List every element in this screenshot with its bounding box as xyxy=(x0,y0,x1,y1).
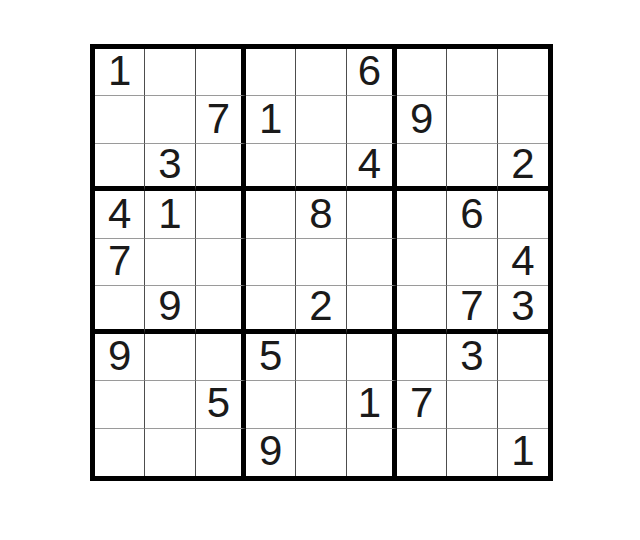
given-digit: 2 xyxy=(511,143,534,185)
cell-r4c7[interactable] xyxy=(397,191,447,238)
given-digit: 2 xyxy=(309,285,332,327)
sudoku-page: 16719342418674927395351791 xyxy=(0,0,640,540)
cell-r2c2[interactable] xyxy=(145,96,195,143)
cell-r9c4[interactable]: 9 xyxy=(246,429,296,476)
cell-r9c5[interactable] xyxy=(296,429,346,476)
cell-r2c4[interactable]: 1 xyxy=(246,96,296,143)
cell-r4c9[interactable] xyxy=(498,191,548,238)
cell-r1c5[interactable] xyxy=(296,49,346,96)
given-digit: 3 xyxy=(460,335,483,377)
cell-r7c9[interactable] xyxy=(498,334,548,381)
cell-r3c7[interactable] xyxy=(397,144,447,191)
given-digit: 6 xyxy=(358,50,381,92)
given-digit: 9 xyxy=(108,335,131,377)
cell-r3c9[interactable]: 2 xyxy=(498,144,548,191)
cell-r9c8[interactable] xyxy=(447,429,497,476)
given-digit: 5 xyxy=(207,382,230,424)
cell-r6c4[interactable] xyxy=(246,286,296,333)
cell-r8c5[interactable] xyxy=(296,381,346,428)
given-digit: 1 xyxy=(108,50,131,92)
cell-r3c5[interactable] xyxy=(296,144,346,191)
cell-r8c3[interactable]: 5 xyxy=(196,381,246,428)
cell-r2c1[interactable] xyxy=(95,96,145,143)
given-digit: 3 xyxy=(511,285,534,327)
cell-r1c9[interactable] xyxy=(498,49,548,96)
cell-r5c6[interactable] xyxy=(347,239,397,286)
cell-r9c6[interactable] xyxy=(347,429,397,476)
given-digit: 7 xyxy=(460,285,483,327)
cell-r9c2[interactable] xyxy=(145,429,195,476)
cell-r5c3[interactable] xyxy=(196,239,246,286)
cell-r2c8[interactable] xyxy=(447,96,497,143)
cell-r4c8[interactable]: 6 xyxy=(447,191,497,238)
given-digit: 9 xyxy=(410,98,433,140)
cell-r1c7[interactable] xyxy=(397,49,447,96)
cell-r6c7[interactable] xyxy=(397,286,447,333)
cell-r6c1[interactable] xyxy=(95,286,145,333)
cell-r4c6[interactable] xyxy=(347,191,397,238)
cell-r7c4[interactable]: 5 xyxy=(246,334,296,381)
cell-r3c3[interactable] xyxy=(196,144,246,191)
cell-r8c6[interactable]: 1 xyxy=(347,381,397,428)
cell-r9c3[interactable] xyxy=(196,429,246,476)
cell-r6c5[interactable]: 2 xyxy=(296,286,346,333)
given-digit: 9 xyxy=(158,285,181,327)
cell-r7c1[interactable]: 9 xyxy=(95,334,145,381)
cell-r5c1[interactable]: 7 xyxy=(95,239,145,286)
cell-r1c2[interactable] xyxy=(145,49,195,96)
cell-r2c6[interactable] xyxy=(347,96,397,143)
sudoku-board: 16719342418674927395351791 xyxy=(90,44,553,481)
cell-r1c6[interactable]: 6 xyxy=(347,49,397,96)
cell-r1c4[interactable] xyxy=(246,49,296,96)
cell-r1c8[interactable] xyxy=(447,49,497,96)
cell-r3c1[interactable] xyxy=(95,144,145,191)
given-digit: 4 xyxy=(108,193,131,235)
cell-r4c3[interactable] xyxy=(196,191,246,238)
cell-r8c7[interactable]: 7 xyxy=(397,381,447,428)
cell-r3c6[interactable]: 4 xyxy=(347,144,397,191)
cell-r4c1[interactable]: 4 xyxy=(95,191,145,238)
cell-r8c4[interactable] xyxy=(246,381,296,428)
given-digit: 1 xyxy=(511,430,534,472)
cell-r5c9[interactable]: 4 xyxy=(498,239,548,286)
cell-r8c8[interactable] xyxy=(447,381,497,428)
given-digit: 5 xyxy=(259,335,282,377)
cell-r4c5[interactable]: 8 xyxy=(296,191,346,238)
cell-r7c7[interactable] xyxy=(397,334,447,381)
cell-r4c2[interactable]: 1 xyxy=(145,191,195,238)
cell-r5c8[interactable] xyxy=(447,239,497,286)
cell-r8c9[interactable] xyxy=(498,381,548,428)
given-digit: 9 xyxy=(259,430,282,472)
given-digit: 3 xyxy=(158,143,181,185)
cell-r9c9[interactable]: 1 xyxy=(498,429,548,476)
given-digit: 7 xyxy=(108,240,131,282)
cell-r7c2[interactable] xyxy=(145,334,195,381)
cell-r5c7[interactable] xyxy=(397,239,447,286)
given-digit: 4 xyxy=(511,240,534,282)
cell-r1c1[interactable]: 1 xyxy=(95,49,145,96)
cell-r2c9[interactable] xyxy=(498,96,548,143)
cell-r5c2[interactable] xyxy=(145,239,195,286)
given-digit: 1 xyxy=(158,193,181,235)
cell-r3c4[interactable] xyxy=(246,144,296,191)
cell-r6c6[interactable] xyxy=(347,286,397,333)
given-digit: 8 xyxy=(309,193,332,235)
cell-r2c3[interactable]: 7 xyxy=(196,96,246,143)
given-digit: 4 xyxy=(358,143,381,185)
given-digit: 6 xyxy=(460,193,483,235)
cell-r7c5[interactable] xyxy=(296,334,346,381)
cell-r6c3[interactable] xyxy=(196,286,246,333)
cell-r5c5[interactable] xyxy=(296,239,346,286)
cell-r6c9[interactable]: 3 xyxy=(498,286,548,333)
cell-r6c2[interactable]: 9 xyxy=(145,286,195,333)
cell-r3c2[interactable]: 3 xyxy=(145,144,195,191)
cell-r4c4[interactable] xyxy=(246,191,296,238)
cell-r7c6[interactable] xyxy=(347,334,397,381)
cell-r2c5[interactable] xyxy=(296,96,346,143)
cell-r7c3[interactable] xyxy=(196,334,246,381)
cell-r3c8[interactable] xyxy=(447,144,497,191)
cell-r8c1[interactable] xyxy=(95,381,145,428)
cell-r2c7[interactable]: 9 xyxy=(397,96,447,143)
given-digit: 1 xyxy=(259,98,282,140)
cell-r5c4[interactable] xyxy=(246,239,296,286)
cell-r9c1[interactable] xyxy=(95,429,145,476)
cell-r7c8[interactable]: 3 xyxy=(447,334,497,381)
cell-r9c7[interactable] xyxy=(397,429,447,476)
given-digit: 1 xyxy=(358,382,381,424)
given-digit: 7 xyxy=(410,382,433,424)
cell-r6c8[interactable]: 7 xyxy=(447,286,497,333)
cell-r8c2[interactable] xyxy=(145,381,195,428)
given-digit: 7 xyxy=(207,98,230,140)
cell-r1c3[interactable] xyxy=(196,49,246,96)
